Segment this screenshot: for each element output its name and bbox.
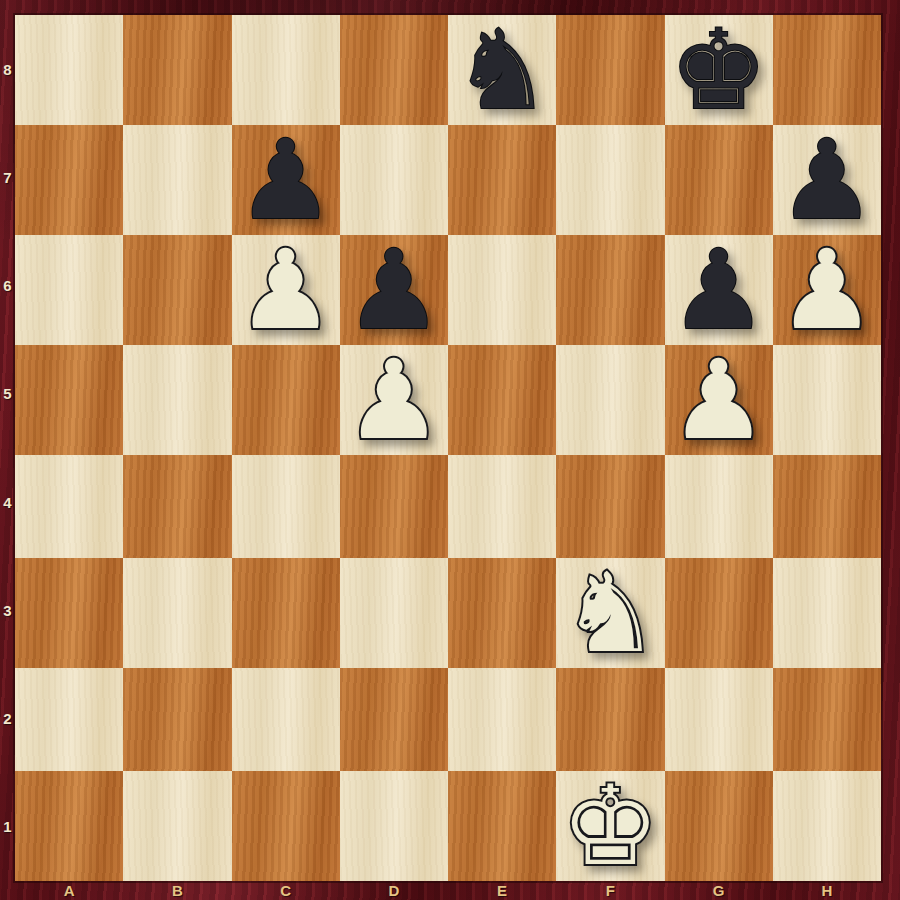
rank-label-4: 4 <box>0 448 15 556</box>
file-label-c: C <box>232 881 340 900</box>
square-g5[interactable]: ♟ <box>665 345 773 455</box>
chess-board: ♞♚♟♟♟♟♟♟♟♟♞♚ <box>15 15 881 881</box>
file-label-h: H <box>773 881 881 900</box>
square-h7[interactable]: ♟ <box>773 125 881 235</box>
square-b7[interactable] <box>123 125 231 235</box>
black-king[interactable]: ♚ <box>669 15 768 125</box>
square-f7[interactable] <box>556 125 664 235</box>
rank-label-6: 6 <box>0 232 15 340</box>
rank-coordinates: 87654321 <box>0 15 15 881</box>
square-a6[interactable] <box>15 235 123 345</box>
square-b1[interactable] <box>123 771 231 881</box>
white-pawn[interactable]: ♟ <box>669 345 768 455</box>
square-a3[interactable] <box>15 558 123 668</box>
square-b4[interactable] <box>123 455 231 558</box>
rank-label-7: 7 <box>0 123 15 231</box>
square-e5[interactable] <box>448 345 556 455</box>
square-a4[interactable] <box>15 455 123 558</box>
square-b8[interactable] <box>123 15 231 125</box>
file-label-e: E <box>448 881 556 900</box>
square-d1[interactable] <box>340 771 448 881</box>
square-c8[interactable] <box>232 15 340 125</box>
square-g8[interactable]: ♚ <box>665 15 773 125</box>
square-c2[interactable] <box>232 668 340 771</box>
square-e8[interactable]: ♞ <box>448 15 556 125</box>
square-a2[interactable] <box>15 668 123 771</box>
square-g2[interactable] <box>665 668 773 771</box>
square-c7[interactable]: ♟ <box>232 125 340 235</box>
square-f5[interactable] <box>556 345 664 455</box>
square-d2[interactable] <box>340 668 448 771</box>
file-label-f: F <box>556 881 664 900</box>
square-h3[interactable] <box>773 558 881 668</box>
black-pawn[interactable]: ♟ <box>778 125 877 235</box>
square-h5[interactable] <box>773 345 881 455</box>
square-e4[interactable] <box>448 455 556 558</box>
square-d7[interactable] <box>340 125 448 235</box>
square-c4[interactable] <box>232 455 340 558</box>
square-g4[interactable] <box>665 455 773 558</box>
file-label-a: A <box>15 881 123 900</box>
square-d4[interactable] <box>340 455 448 558</box>
square-g3[interactable] <box>665 558 773 668</box>
square-h8[interactable] <box>773 15 881 125</box>
square-e6[interactable] <box>448 235 556 345</box>
square-h1[interactable] <box>773 771 881 881</box>
square-b3[interactable] <box>123 558 231 668</box>
square-c6[interactable]: ♟ <box>232 235 340 345</box>
white-pawn[interactable]: ♟ <box>236 235 335 345</box>
rank-label-5: 5 <box>0 340 15 448</box>
square-b5[interactable] <box>123 345 231 455</box>
file-label-g: G <box>665 881 773 900</box>
board-frame: 87654321 ♞♚♟♟♟♟♟♟♟♟♞♚ ABCDEFGH <box>0 0 900 900</box>
square-g1[interactable] <box>665 771 773 881</box>
square-d3[interactable] <box>340 558 448 668</box>
rank-label-2: 2 <box>0 665 15 773</box>
rank-label-8: 8 <box>0 15 15 123</box>
square-h4[interactable] <box>773 455 881 558</box>
square-a1[interactable] <box>15 771 123 881</box>
black-pawn[interactable]: ♟ <box>345 235 444 345</box>
square-g7[interactable] <box>665 125 773 235</box>
white-pawn[interactable]: ♟ <box>778 235 877 345</box>
square-c1[interactable] <box>232 771 340 881</box>
square-g6[interactable]: ♟ <box>665 235 773 345</box>
white-king[interactable]: ♚ <box>561 771 660 881</box>
file-label-d: D <box>340 881 448 900</box>
square-f6[interactable] <box>556 235 664 345</box>
square-c5[interactable] <box>232 345 340 455</box>
white-pawn[interactable]: ♟ <box>345 345 444 455</box>
square-e3[interactable] <box>448 558 556 668</box>
black-pawn[interactable]: ♟ <box>236 125 335 235</box>
white-knight[interactable]: ♞ <box>561 558 660 668</box>
square-f2[interactable] <box>556 668 664 771</box>
square-e2[interactable] <box>448 668 556 771</box>
square-a5[interactable] <box>15 345 123 455</box>
square-d6[interactable]: ♟ <box>340 235 448 345</box>
square-a7[interactable] <box>15 125 123 235</box>
square-f4[interactable] <box>556 455 664 558</box>
square-f1[interactable]: ♚ <box>556 771 664 881</box>
file-coordinates: ABCDEFGH <box>15 881 881 900</box>
rank-label-3: 3 <box>0 556 15 664</box>
square-h6[interactable]: ♟ <box>773 235 881 345</box>
square-c3[interactable] <box>232 558 340 668</box>
square-f8[interactable] <box>556 15 664 125</box>
square-d5[interactable]: ♟ <box>340 345 448 455</box>
square-f3[interactable]: ♞ <box>556 558 664 668</box>
square-h2[interactable] <box>773 668 881 771</box>
square-d8[interactable] <box>340 15 448 125</box>
square-e7[interactable] <box>448 125 556 235</box>
black-knight[interactable]: ♞ <box>453 15 552 125</box>
square-e1[interactable] <box>448 771 556 881</box>
square-a8[interactable] <box>15 15 123 125</box>
square-b2[interactable] <box>123 668 231 771</box>
black-pawn[interactable]: ♟ <box>669 235 768 345</box>
square-b6[interactable] <box>123 235 231 345</box>
rank-label-1: 1 <box>0 773 15 881</box>
file-label-b: B <box>123 881 231 900</box>
